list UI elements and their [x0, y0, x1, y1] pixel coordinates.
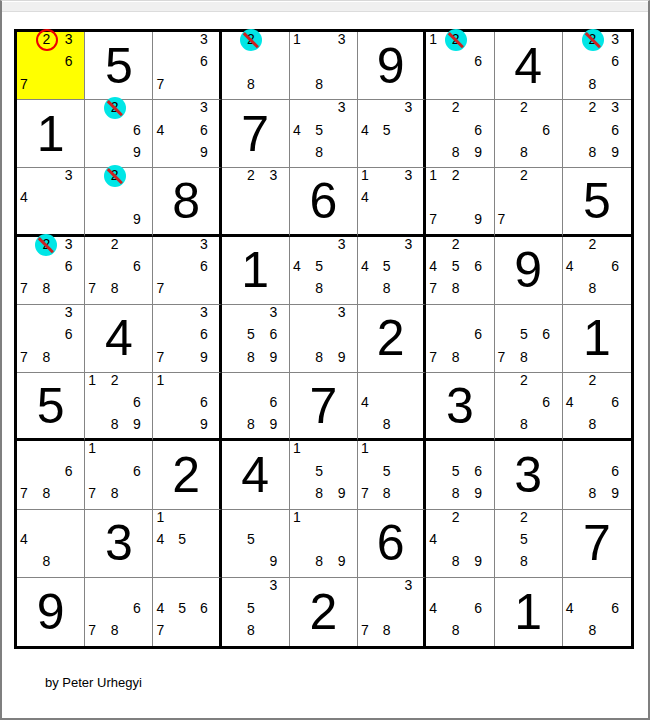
candidate-digit: 7	[85, 486, 107, 508]
cell-r6c2[interactable]: 12689	[85, 373, 153, 441]
candidate-empty	[586, 578, 609, 601]
candidate-empty	[335, 464, 357, 486]
candidate-empty	[495, 123, 517, 145]
cell-r8c6[interactable]: 6	[358, 510, 426, 578]
candidate-digit: 6	[62, 464, 84, 486]
solved-digit: 2	[153, 441, 218, 508]
candidate-empty	[175, 77, 197, 99]
candidate-empty	[402, 623, 424, 646]
candidate-empty	[335, 123, 357, 145]
candidate-digit: 9	[197, 350, 219, 372]
candidate-digit: 7	[153, 623, 175, 646]
cell-r5c9[interactable]: 1	[563, 305, 631, 373]
candidate-empty	[62, 77, 84, 99]
candidate-empty	[175, 350, 197, 372]
cell-r3c2[interactable]: 29	[85, 168, 153, 236]
cell-r1c4[interactable]: 28	[222, 32, 290, 100]
cell-r8c1[interactable]: 48	[17, 510, 85, 578]
candidate-empty	[17, 441, 39, 463]
candidate-empty	[222, 623, 244, 646]
candidate-digit: 6	[197, 123, 219, 145]
candidate-digit: 3	[402, 100, 424, 122]
candidate-digit: 1	[153, 510, 175, 532]
candidate-empty	[244, 554, 266, 576]
candidate-empty	[358, 100, 380, 122]
cell-r2c4[interactable]: 7	[222, 100, 290, 168]
candidate-digit: 3	[402, 168, 424, 190]
candidate-digit: 6	[197, 327, 219, 349]
cell-r9c1[interactable]: 9	[17, 578, 85, 646]
candidate-empty	[175, 100, 197, 122]
candidate-grid: 258	[495, 510, 562, 577]
candidate-digit: 6	[130, 259, 152, 281]
candidate-empty	[222, 532, 244, 554]
candidate-digit: 8	[517, 554, 539, 576]
candidate-empty	[402, 441, 424, 463]
candidate-digit: 2	[108, 373, 130, 395]
cell-r7c2[interactable]: 1678	[85, 441, 153, 509]
candidate-digit: 3	[197, 305, 219, 327]
candidate-digit: 9	[608, 486, 631, 508]
cell-r8c8[interactable]: 258	[495, 510, 563, 578]
candidate-empty	[426, 327, 448, 349]
candidate-empty	[175, 305, 197, 327]
candidate-empty	[539, 212, 561, 234]
candidate-digit: 7	[153, 350, 175, 372]
cell-r7c1[interactable]: 678	[17, 441, 85, 509]
candidate-digit: 7	[495, 350, 517, 372]
candidate-digit: 9	[335, 486, 357, 508]
candidate-empty	[449, 190, 471, 212]
candidate-digit: 5	[244, 327, 266, 349]
cell-r5c7[interactable]: 678	[426, 305, 494, 373]
candidate-empty	[39, 77, 61, 99]
cell-r8c5[interactable]: 189	[290, 510, 358, 578]
candidate-digit: 8	[586, 623, 609, 646]
cell-r5c1[interactable]: 3678	[17, 305, 85, 373]
candidate-empty	[402, 281, 424, 303]
cell-r7c3[interactable]: 2	[153, 441, 221, 509]
candidate-grid: 48	[358, 373, 423, 438]
cell-r1c2[interactable]: 5	[85, 32, 153, 100]
candidate-empty	[85, 578, 107, 601]
candidate-digit: 8	[380, 623, 402, 646]
candidate-empty	[130, 237, 152, 259]
candidate-digit: 6	[266, 327, 288, 349]
candidate-empty	[449, 578, 471, 601]
candidate-empty	[108, 190, 130, 212]
candidate-empty	[539, 168, 561, 190]
cell-r6c6[interactable]: 48	[358, 373, 426, 441]
candidate-empty	[222, 77, 244, 99]
candidate-digit: 5	[244, 601, 266, 624]
candidate-digit: 8	[312, 145, 334, 167]
candidate-empty	[153, 327, 175, 349]
candidate-grid: 23678	[17, 237, 84, 304]
candidate-digit: 1	[358, 441, 380, 463]
cell-r6c4[interactable]: 689	[222, 373, 290, 441]
candidate-empty	[335, 145, 357, 167]
candidate-empty	[426, 623, 448, 646]
candidate-empty	[380, 395, 402, 417]
candidate-empty	[449, 601, 471, 624]
candidate-digit: 8	[312, 281, 334, 303]
candidate-empty	[471, 510, 493, 532]
cell-r8c3[interactable]: 145	[153, 510, 221, 578]
candidate-digit-eliminated: 2	[244, 32, 266, 54]
cell-r7c7[interactable]: 5689	[426, 441, 494, 509]
candidate-empty	[85, 601, 107, 624]
candidate-empty	[130, 373, 152, 395]
candidate-empty	[108, 145, 130, 167]
cell-r1c1[interactable]: 2367	[17, 32, 85, 100]
candidate-empty	[266, 77, 288, 99]
candidate-empty	[495, 145, 517, 167]
candidate-empty	[426, 510, 448, 532]
cell-r3c5[interactable]: 6	[290, 168, 358, 236]
candidate-empty	[222, 212, 244, 234]
candidate-empty	[244, 190, 266, 212]
candidate-empty	[539, 190, 561, 212]
cell-r2c5[interactable]: 3458	[290, 100, 358, 168]
candidate-digit: 3	[335, 305, 357, 327]
candidate-empty	[312, 441, 334, 463]
candidate-digit: 4	[358, 190, 380, 212]
candidate-empty	[175, 554, 197, 576]
cell-r1c9[interactable]: 2368	[563, 32, 631, 100]
candidate-digit: 9	[130, 145, 152, 167]
cell-r3c1[interactable]: 34	[17, 168, 85, 236]
candidate-empty	[39, 441, 61, 463]
candidate-empty	[471, 441, 493, 463]
candidate-empty	[539, 373, 561, 395]
cell-r6c7[interactable]: 3	[426, 373, 494, 441]
candidate-empty	[290, 54, 312, 76]
candidate-digit: 8	[380, 486, 402, 508]
cell-r2c6[interactable]: 345	[358, 100, 426, 168]
cell-r1c8[interactable]: 4	[495, 32, 563, 100]
candidate-grid: 48	[17, 510, 84, 577]
top-strip	[2, 2, 648, 12]
candidate-empty	[312, 510, 334, 532]
candidate-digit: 3	[62, 305, 84, 327]
candidate-grid: 2468	[563, 237, 631, 304]
candidate-empty	[471, 305, 493, 327]
candidate-empty	[39, 305, 61, 327]
candidate-digit: 8	[108, 623, 130, 646]
cell-r4c3[interactable]: 367	[153, 237, 221, 305]
cell-r7c9[interactable]: 689	[563, 441, 631, 509]
candidate-empty	[153, 237, 175, 259]
candidate-grid: 468	[563, 578, 631, 646]
candidate-empty	[402, 486, 424, 508]
cell-r6c8[interactable]: 268	[495, 373, 563, 441]
candidate-empty	[17, 510, 39, 532]
cell-r4c9[interactable]: 2468	[563, 237, 631, 305]
candidate-digit: 8	[39, 281, 61, 303]
candidate-grid: 678	[17, 441, 84, 508]
candidate-digit: 6	[608, 259, 631, 281]
cell-r8c7[interactable]: 2489	[426, 510, 494, 578]
candidate-digit: 5	[449, 464, 471, 486]
candidate-grid: 689	[563, 441, 631, 508]
candidate-digit: 3	[335, 237, 357, 259]
cell-r3c9[interactable]: 5	[563, 168, 631, 236]
cell-r3c8[interactable]: 27	[495, 168, 563, 236]
candidate-empty	[495, 417, 517, 439]
candidate-empty	[222, 554, 244, 576]
candidate-digit: 5	[175, 601, 197, 624]
cell-r7c8[interactable]: 3	[495, 441, 563, 509]
candidate-empty	[539, 532, 561, 554]
cell-r2c9[interactable]: 23689	[563, 100, 631, 168]
candidate-empty	[17, 464, 39, 486]
candidate-empty	[17, 212, 39, 234]
cell-r9c9[interactable]: 468	[563, 578, 631, 646]
candidate-empty	[449, 54, 471, 76]
candidate-empty	[471, 623, 493, 646]
cell-r8c4[interactable]: 59	[222, 510, 290, 578]
candidate-empty	[402, 259, 424, 281]
candidate-empty	[312, 32, 334, 54]
candidate-empty	[608, 77, 631, 99]
candidate-digit: 3	[197, 100, 219, 122]
candidate-empty	[358, 464, 380, 486]
candidate-empty	[290, 486, 312, 508]
candidate-grid: 34	[17, 168, 84, 233]
candidate-empty	[563, 417, 586, 439]
candidate-empty	[358, 373, 380, 395]
cell-r7c5[interactable]: 1589	[290, 441, 358, 509]
candidate-digit: 8	[312, 554, 334, 576]
cell-r9c2[interactable]: 678	[85, 578, 153, 646]
candidate-digit: 9	[130, 212, 152, 234]
sudoku-board: 2367536728138912642368126934697345834526…	[14, 29, 634, 649]
candidate-empty	[85, 123, 107, 145]
solved-digit: 2	[358, 305, 423, 372]
candidate-empty	[586, 395, 609, 417]
candidate-grid: 2368	[563, 32, 631, 99]
candidate-empty	[130, 623, 152, 646]
cell-r1c5[interactable]: 138	[290, 32, 358, 100]
candidate-digit: 6	[471, 123, 493, 145]
candidate-empty	[539, 100, 561, 122]
candidate-digit: 6	[608, 464, 631, 486]
candidate-digit: 6	[471, 327, 493, 349]
candidate-grid: 678	[426, 305, 493, 372]
candidate-digit: 7	[17, 350, 39, 372]
candidate-empty	[266, 32, 288, 54]
candidate-digit: 9	[608, 145, 631, 167]
candidate-digit: 6	[197, 54, 219, 76]
cell-r3c6[interactable]: 134	[358, 168, 426, 236]
candidate-digit: 6	[539, 327, 561, 349]
candidate-digit: 8	[449, 281, 471, 303]
candidate-empty	[563, 100, 586, 122]
cell-r3c3[interactable]: 8	[153, 168, 221, 236]
cell-r9c3[interactable]: 4567	[153, 578, 221, 646]
candidate-empty	[108, 441, 130, 463]
candidate-digit: 6	[471, 464, 493, 486]
candidate-digit: 3	[62, 32, 84, 54]
candidate-grid: 268	[495, 100, 562, 167]
candidate-digit: 7	[17, 486, 39, 508]
candidate-grid: 27	[495, 168, 562, 233]
candidate-empty	[426, 100, 448, 122]
cell-r4c4[interactable]: 1	[222, 237, 290, 305]
candidate-empty	[495, 305, 517, 327]
candidate-digit: 4	[153, 601, 175, 624]
candidate-empty	[175, 259, 197, 281]
candidate-digit: 6	[471, 54, 493, 76]
candidate-empty	[563, 486, 586, 508]
candidate-grid: 1678	[85, 441, 152, 508]
candidate-empty	[175, 281, 197, 303]
candidate-grid: 145	[153, 510, 218, 577]
candidate-digit: 2	[517, 373, 539, 395]
candidate-empty	[539, 510, 561, 532]
cell-r4c1[interactable]: 23678	[17, 237, 85, 305]
candidate-empty	[290, 464, 312, 486]
cell-r9c7[interactable]: 468	[426, 578, 494, 646]
cell-r5c4[interactable]: 35689	[222, 305, 290, 373]
candidate-digit: 6	[471, 601, 493, 624]
cell-r8c9[interactable]: 7	[563, 510, 631, 578]
candidate-digit: 6	[539, 395, 561, 417]
cell-r7c6[interactable]: 1578	[358, 441, 426, 509]
candidate-empty	[449, 327, 471, 349]
candidate-digit: 5	[312, 123, 334, 145]
candidate-digit: 8	[449, 623, 471, 646]
candidate-empty	[449, 305, 471, 327]
candidate-empty	[85, 395, 107, 417]
candidate-empty	[402, 464, 424, 486]
candidate-empty	[17, 327, 39, 349]
candidate-empty	[608, 578, 631, 601]
cell-r7c4[interactable]: 4	[222, 441, 290, 509]
cell-r2c8[interactable]: 268	[495, 100, 563, 168]
candidate-digit: 5	[380, 464, 402, 486]
candidate-empty	[335, 259, 357, 281]
candidate-empty	[39, 259, 61, 281]
candidate-digit: 1	[290, 32, 312, 54]
solved-digit: 7	[563, 510, 631, 577]
cell-r4c6[interactable]: 3458	[358, 237, 426, 305]
cell-r6c3[interactable]: 169	[153, 373, 221, 441]
candidate-empty	[335, 510, 357, 532]
candidate-empty	[449, 532, 471, 554]
candidate-grid: 59	[222, 510, 289, 577]
cell-r3c4[interactable]: 23	[222, 168, 290, 236]
cell-r1c7[interactable]: 126	[426, 32, 494, 100]
candidate-empty	[17, 54, 39, 76]
solved-digit: 1	[222, 237, 289, 304]
cell-r9c6[interactable]: 378	[358, 578, 426, 646]
candidate-grid: 4567	[153, 578, 218, 646]
cell-r9c5[interactable]: 2	[290, 578, 358, 646]
candidate-digit: 1	[358, 168, 380, 190]
candidate-empty	[426, 464, 448, 486]
cell-r2c1[interactable]: 1	[17, 100, 85, 168]
candidate-empty	[608, 441, 631, 463]
candidate-grid: 2367	[17, 32, 84, 99]
candidate-empty	[175, 123, 197, 145]
candidate-digit: 5	[312, 464, 334, 486]
candidate-digit: 9	[335, 350, 357, 372]
cell-r4c5[interactable]: 3458	[290, 237, 358, 305]
candidate-digit: 2	[449, 237, 471, 259]
cell-r9c8[interactable]: 1	[495, 578, 563, 646]
cell-r6c1[interactable]: 5	[17, 373, 85, 441]
candidate-empty	[62, 350, 84, 372]
candidate-digit: 3	[608, 100, 631, 122]
candidate-digit-circled: 2	[39, 32, 61, 54]
candidate-empty	[85, 417, 107, 439]
candidate-digit: 4	[426, 601, 448, 624]
candidate-digit: 9	[471, 212, 493, 234]
cell-r5c8[interactable]: 5678	[495, 305, 563, 373]
candidate-digit: 3	[402, 237, 424, 259]
candidate-empty	[62, 486, 84, 508]
cell-r9c4[interactable]: 358	[222, 578, 290, 646]
candidate-digit: 6	[197, 395, 219, 417]
candidate-empty	[39, 168, 61, 190]
cell-r6c9[interactable]: 2468	[563, 373, 631, 441]
cell-r2c2[interactable]: 269	[85, 100, 153, 168]
candidate-digit: 6	[608, 601, 631, 624]
candidate-grid: 3469	[153, 100, 218, 167]
cell-r5c6[interactable]: 2	[358, 305, 426, 373]
cell-r8c2[interactable]: 3	[85, 510, 153, 578]
candidate-digit: 1	[426, 168, 448, 190]
cell-r1c6[interactable]: 9	[358, 32, 426, 100]
candidate-empty	[244, 578, 266, 601]
candidate-empty	[175, 32, 197, 54]
cell-r5c2[interactable]: 4	[85, 305, 153, 373]
candidate-digit: 8	[517, 350, 539, 372]
candidate-empty	[449, 77, 471, 99]
candidate-digit: 6	[130, 395, 152, 417]
candidate-empty	[517, 190, 539, 212]
candidate-grid: 378	[358, 578, 423, 646]
cell-r3c7[interactable]: 1279	[426, 168, 494, 236]
cell-r6c5[interactable]: 7	[290, 373, 358, 441]
candidate-empty	[108, 259, 130, 281]
candidate-empty	[380, 441, 402, 463]
candidate-empty	[312, 532, 334, 554]
cell-r5c3[interactable]: 3679	[153, 305, 221, 373]
candidate-empty	[153, 395, 175, 417]
candidate-grid: 2489	[426, 510, 493, 577]
cell-r2c3[interactable]: 3469	[153, 100, 221, 168]
cell-r1c3[interactable]: 367	[153, 32, 221, 100]
cell-r2c7[interactable]: 2689	[426, 100, 494, 168]
cell-r5c5[interactable]: 389	[290, 305, 358, 373]
cell-r4c8[interactable]: 9	[495, 237, 563, 305]
candidate-digit: 4	[290, 123, 312, 145]
candidate-digit: 2	[517, 100, 539, 122]
cell-r4c7[interactable]: 245678	[426, 237, 494, 305]
candidate-empty	[471, 32, 493, 54]
candidate-digit: 8	[244, 350, 266, 372]
candidate-empty	[197, 77, 219, 99]
candidate-digit: 7	[426, 212, 448, 234]
cell-r4c2[interactable]: 2678	[85, 237, 153, 305]
candidate-digit: 8	[108, 486, 130, 508]
candidate-digit: 5	[517, 532, 539, 554]
solved-digit: 4	[85, 305, 152, 372]
candidate-grid: 269	[85, 100, 152, 167]
